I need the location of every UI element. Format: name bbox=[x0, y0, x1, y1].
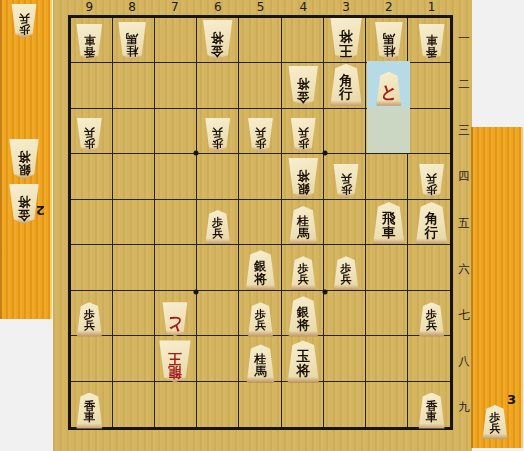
file-label-1: 1 bbox=[422, 0, 442, 14]
sq-7-3[interactable] bbox=[155, 109, 197, 154]
hand-count-gote-gold: 2 bbox=[36, 203, 45, 218]
sq-7-6[interactable] bbox=[155, 245, 197, 290]
sq-2-9[interactable] bbox=[366, 382, 408, 427]
sq-8-3[interactable] bbox=[113, 109, 155, 154]
file-label-4: 4 bbox=[293, 0, 313, 14]
sq-3-3[interactable] bbox=[324, 109, 366, 154]
sq-6-8[interactable] bbox=[197, 336, 239, 381]
sq-7-2[interactable] bbox=[155, 63, 197, 108]
sq-8-4[interactable] bbox=[113, 154, 155, 199]
shogi-board: 987654321 一二三四五六七八九 香車桂馬金将王将桂馬香車金将角行と歩兵歩… bbox=[53, 0, 472, 451]
sq-1-2[interactable] bbox=[408, 63, 450, 108]
sq-8-8[interactable] bbox=[113, 336, 155, 381]
sq-5-2[interactable] bbox=[239, 63, 281, 108]
file-label-9: 9 bbox=[79, 0, 99, 14]
sq-4-9[interactable] bbox=[282, 382, 324, 427]
hoshi-dot bbox=[322, 151, 327, 156]
sq-5-1[interactable] bbox=[239, 18, 281, 63]
hand-count-sente-pawn: 3 bbox=[507, 392, 516, 407]
file-label-6: 6 bbox=[208, 0, 228, 14]
rank-label-1: 一 bbox=[456, 31, 472, 45]
piece-gote-pawn[interactable]: 歩兵 bbox=[11, 4, 38, 38]
sq-8-6[interactable] bbox=[113, 245, 155, 290]
rank-label-8: 八 bbox=[456, 354, 472, 368]
sq-8-9[interactable] bbox=[113, 382, 155, 427]
sq-1-8[interactable] bbox=[408, 336, 450, 381]
piece-gote-silver[interactable]: 銀将 bbox=[8, 139, 40, 179]
sq-7-5[interactable] bbox=[155, 200, 197, 245]
rank-label-3: 三 bbox=[456, 123, 472, 137]
sq-9-5[interactable] bbox=[71, 200, 113, 245]
piece-sente-pawn[interactable]: 歩兵 bbox=[482, 405, 509, 439]
sq-9-4[interactable] bbox=[71, 154, 113, 199]
sq-2-6[interactable] bbox=[366, 245, 408, 290]
sq-5-4[interactable] bbox=[239, 154, 281, 199]
sq-9-2[interactable] bbox=[71, 63, 113, 108]
sq-9-6[interactable] bbox=[71, 245, 113, 290]
sq-6-6[interactable] bbox=[197, 245, 239, 290]
rank-label-7: 七 bbox=[456, 308, 472, 322]
sq-3-8[interactable] bbox=[324, 336, 366, 381]
file-label-2: 2 bbox=[379, 0, 399, 14]
file-label-7: 7 bbox=[165, 0, 185, 14]
sq-7-9[interactable] bbox=[155, 382, 197, 427]
sq-8-7[interactable] bbox=[113, 291, 155, 336]
sq-5-5[interactable] bbox=[239, 200, 281, 245]
sq-6-7[interactable] bbox=[197, 291, 239, 336]
rank-label-9: 九 bbox=[456, 400, 472, 414]
file-label-5: 5 bbox=[251, 0, 271, 14]
sq-8-5[interactable] bbox=[113, 200, 155, 245]
rank-label-5: 五 bbox=[456, 216, 472, 230]
last-move-from-highlight bbox=[367, 107, 410, 153]
sq-2-8[interactable] bbox=[366, 336, 408, 381]
sq-6-2[interactable] bbox=[197, 63, 239, 108]
hoshi-dot bbox=[322, 289, 327, 294]
file-label-8: 8 bbox=[122, 0, 142, 14]
sq-3-7[interactable] bbox=[324, 291, 366, 336]
sq-8-2[interactable] bbox=[113, 63, 155, 108]
sq-2-7[interactable] bbox=[366, 291, 408, 336]
sq-1-6[interactable] bbox=[408, 245, 450, 290]
rank-label-2: 二 bbox=[456, 77, 472, 91]
rank-label-4: 四 bbox=[456, 169, 472, 183]
sq-7-1[interactable] bbox=[155, 18, 197, 63]
hoshi-dot bbox=[194, 289, 199, 294]
sq-6-4[interactable] bbox=[197, 154, 239, 199]
sq-5-9[interactable] bbox=[239, 382, 281, 427]
sq-4-1[interactable] bbox=[282, 18, 324, 63]
sq-3-5[interactable] bbox=[324, 200, 366, 245]
sq-6-9[interactable] bbox=[197, 382, 239, 427]
sente-captured-stand: 歩兵3 bbox=[471, 127, 523, 448]
file-label-3: 3 bbox=[336, 0, 356, 14]
sq-2-4[interactable] bbox=[366, 154, 408, 199]
sq-7-4[interactable] bbox=[155, 154, 197, 199]
sq-1-3[interactable] bbox=[408, 109, 450, 154]
sq-3-9[interactable] bbox=[324, 382, 366, 427]
hoshi-dot bbox=[194, 151, 199, 156]
gote-captured-stand: 歩兵銀将金将2 bbox=[0, 0, 52, 319]
sq-9-8[interactable] bbox=[71, 336, 113, 381]
rank-label-6: 六 bbox=[456, 262, 472, 276]
